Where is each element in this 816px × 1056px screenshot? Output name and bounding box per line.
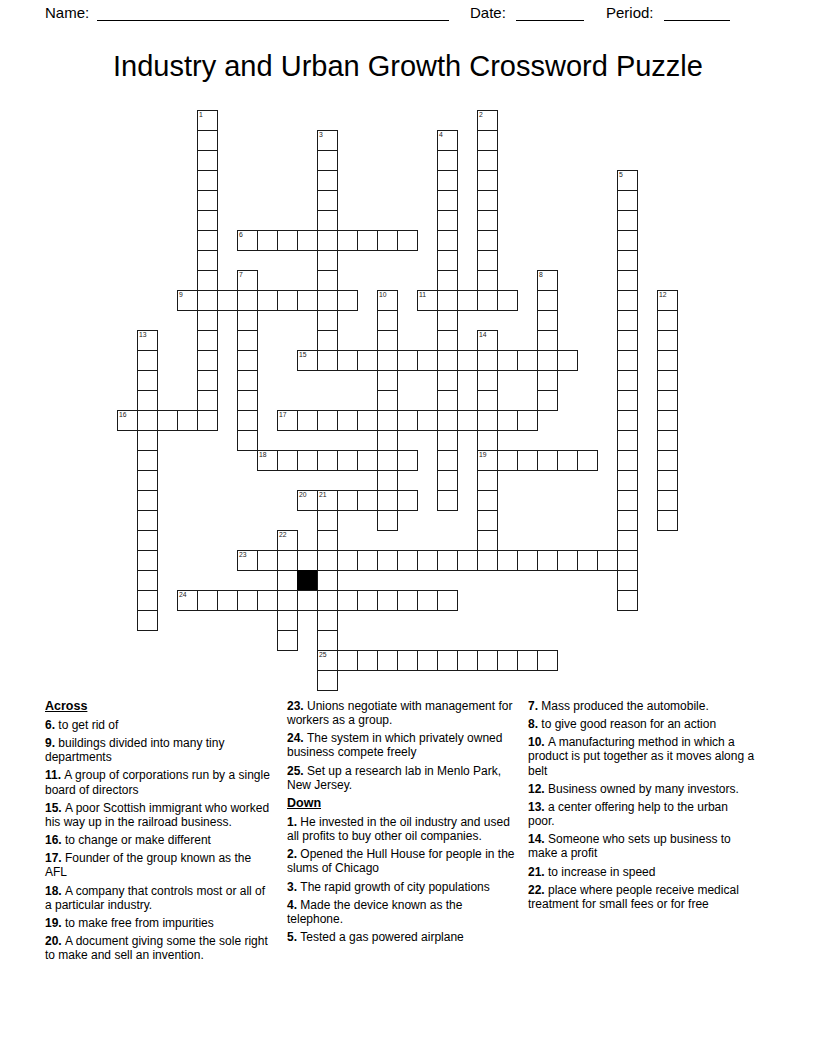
grid-cell[interactable]: [437, 190, 458, 211]
clue-10: 10. A manufacturing method in which a pr…: [528, 735, 756, 777]
grid-cell[interactable]: [657, 470, 678, 491]
grid-cell[interactable]: [137, 410, 158, 431]
clue-1: 1. He invested in the oil industry and u…: [287, 815, 515, 843]
grid-cell[interactable]: [537, 350, 558, 371]
grid-cell[interactable]: [477, 330, 498, 351]
grid-cell[interactable]: [477, 130, 498, 151]
across-heading: Across: [45, 699, 273, 713]
grid-cell[interactable]: [437, 330, 458, 351]
grid-cell[interactable]: [237, 290, 258, 311]
grid-cell[interactable]: [257, 230, 278, 251]
grid-cell[interactable]: [277, 630, 298, 651]
grid-cell[interactable]: [357, 450, 378, 471]
grid-cell[interactable]: [537, 550, 558, 571]
grid-cell[interactable]: [617, 370, 638, 391]
grid-cell[interactable]: [377, 470, 398, 491]
grid-cell[interactable]: [577, 550, 598, 571]
grid-cell[interactable]: [557, 450, 578, 471]
grid-cell[interactable]: [437, 450, 458, 471]
grid-cell[interactable]: [517, 410, 538, 431]
grid-cell[interactable]: [537, 450, 558, 471]
grid-cell[interactable]: [197, 110, 218, 131]
grid-cell[interactable]: [317, 650, 338, 671]
clue-18: 18. A company that controls most or all …: [45, 884, 273, 912]
grid-cell[interactable]: [377, 430, 398, 451]
grid-cell[interactable]: [497, 290, 518, 311]
grid-cell[interactable]: [357, 650, 378, 671]
grid-cell[interactable]: [217, 590, 238, 611]
grid-cell[interactable]: [137, 470, 158, 491]
grid-cell[interactable]: [317, 310, 338, 331]
clue-4: 4. Made the device known as the telephon…: [287, 898, 515, 926]
grid-cell[interactable]: [237, 230, 258, 251]
grid-cell[interactable]: [377, 650, 398, 671]
grid-cell[interactable]: [617, 430, 638, 451]
clue-12: 12. Business owned by many investors.: [528, 782, 756, 796]
grid-cell[interactable]: [137, 550, 158, 571]
grid-cell[interactable]: [317, 630, 338, 651]
grid-cell[interactable]: [197, 370, 218, 391]
grid-cell[interactable]: [317, 410, 338, 431]
grid-cell[interactable]: [437, 430, 458, 451]
grid-cell[interactable]: [477, 490, 498, 511]
grid-cell[interactable]: [357, 550, 378, 571]
grid-cell[interactable]: [377, 370, 398, 391]
grid-cell[interactable]: [317, 670, 338, 691]
clue-9: 9. buildings divided into many tiny depa…: [45, 736, 273, 764]
grid-cell[interactable]: [397, 450, 418, 471]
grid-cell[interactable]: [117, 410, 138, 431]
grid-cell[interactable]: [477, 270, 498, 291]
grid-cell[interactable]: [377, 490, 398, 511]
grid-cell[interactable]: [497, 450, 518, 471]
grid-cell[interactable]: [437, 290, 458, 311]
grid-cell[interactable]: [277, 610, 298, 631]
grid-cell[interactable]: [357, 410, 378, 431]
clue-15: 15. A poor Scottish immigrant who worked…: [45, 801, 273, 829]
grid-cell[interactable]: [437, 310, 458, 331]
grid-cell[interactable]: [317, 530, 338, 551]
grid-cell[interactable]: [437, 590, 458, 611]
grid-cell[interactable]: [237, 330, 258, 351]
grid-cell[interactable]: [477, 370, 498, 391]
grid-cell[interactable]: [437, 250, 458, 271]
grid-cell[interactable]: [337, 350, 358, 371]
grid-cell[interactable]: [377, 590, 398, 611]
grid-cell[interactable]: [477, 390, 498, 411]
clue-7: 7. Mass produced the automobile.: [528, 699, 756, 713]
grid-cell[interactable]: [437, 170, 458, 191]
clue-column-3: 7. Mass produced the automobile.8. to gi…: [528, 699, 756, 915]
grid-cell[interactable]: [337, 490, 358, 511]
grid-cell[interactable]: [317, 210, 338, 231]
date-label: Date:: [470, 4, 506, 21]
grid-cell[interactable]: [277, 570, 298, 591]
grid-cell[interactable]: [477, 110, 498, 131]
grid-cell[interactable]: [617, 570, 638, 591]
grid-cell[interactable]: [317, 250, 338, 271]
grid-cell[interactable]: [137, 430, 158, 451]
grid-cell[interactable]: [437, 410, 458, 431]
grid-cell[interactable]: [477, 230, 498, 251]
grid-cell[interactable]: [357, 490, 378, 511]
grid-cell[interactable]: [137, 530, 158, 551]
grid-cell[interactable]: [197, 190, 218, 211]
grid-cell[interactable]: [617, 210, 638, 231]
clue-3: 3. The rapid growth of city populations: [287, 880, 515, 894]
grid-cell[interactable]: [577, 450, 598, 471]
grid-cell[interactable]: [437, 390, 458, 411]
grid-cell[interactable]: [397, 410, 418, 431]
grid-cell[interactable]: [197, 230, 218, 251]
grid-cell[interactable]: [477, 530, 498, 551]
grid-cell[interactable]: [617, 390, 638, 411]
grid-cell[interactable]: [657, 410, 678, 431]
grid-cell[interactable]: [197, 410, 218, 431]
grid-cell[interactable]: [197, 590, 218, 611]
grid-cell[interactable]: [197, 210, 218, 231]
grid-cell[interactable]: [617, 410, 638, 431]
grid-cell[interactable]: [657, 430, 678, 451]
grid-cell[interactable]: [657, 510, 678, 531]
grid-cell[interactable]: [477, 150, 498, 171]
grid-cell[interactable]: [497, 410, 518, 431]
grid-cell[interactable]: [197, 130, 218, 151]
grid-cell[interactable]: [597, 550, 618, 571]
grid-cell[interactable]: [537, 310, 558, 331]
grid-cell[interactable]: [657, 450, 678, 471]
grid-cell[interactable]: [317, 610, 338, 631]
down-heading: Down: [287, 796, 515, 810]
grid-cell[interactable]: [197, 150, 218, 171]
grid-cell[interactable]: [317, 490, 338, 511]
grid-cell[interactable]: [317, 130, 338, 151]
grid-cell[interactable]: [297, 550, 318, 571]
grid-cell[interactable]: [317, 150, 338, 171]
clue-19: 19. to make free from impurities: [45, 916, 273, 930]
grid-cell[interactable]: [317, 590, 338, 611]
grid-cell[interactable]: [437, 230, 458, 251]
grid-cell[interactable]: [377, 550, 398, 571]
grid-cell[interactable]: [297, 490, 318, 511]
grid-cell[interactable]: [497, 650, 518, 671]
grid-cell[interactable]: [617, 190, 638, 211]
clue-21: 21. to increase in speed: [528, 865, 756, 879]
grid-cell[interactable]: [457, 350, 478, 371]
grid-cell[interactable]: [657, 350, 678, 371]
name-label: Name:: [45, 4, 89, 21]
clue-6: 6. to get rid of: [45, 718, 273, 732]
grid-cell[interactable]: [237, 270, 258, 291]
grid-cell[interactable]: [397, 550, 418, 571]
grid-cell[interactable]: [317, 450, 338, 471]
grid-cell[interactable]: [617, 450, 638, 471]
grid-cell[interactable]: [437, 130, 458, 151]
grid-cell[interactable]: [177, 290, 198, 311]
grid-cell[interactable]: [377, 310, 398, 331]
grid-cell[interactable]: [197, 170, 218, 191]
grid-cell[interactable]: [317, 270, 338, 291]
grid-cell[interactable]: [397, 350, 418, 371]
grid-cell[interactable]: [297, 590, 318, 611]
grid-cell[interactable]: [317, 350, 338, 371]
grid-cell[interactable]: [357, 590, 378, 611]
clue-5: 5. Tested a gas powered airplane: [287, 930, 515, 944]
grid-cell[interactable]: [277, 530, 298, 551]
grid-cell[interactable]: [537, 270, 558, 291]
grid-cell[interactable]: [477, 410, 498, 431]
grid-cell[interactable]: [377, 410, 398, 431]
grid-cell[interactable]: [617, 330, 638, 351]
grid-cell[interactable]: [477, 250, 498, 271]
grid-cell[interactable]: [137, 570, 158, 591]
grid-cell[interactable]: [337, 590, 358, 611]
grid-cell[interactable]: [237, 430, 258, 451]
grid-cell[interactable]: [437, 650, 458, 671]
clue-column-2: 23. Unions negotiate with management for…: [287, 699, 515, 948]
grid-cell[interactable]: [617, 470, 638, 491]
grid-cell[interactable]: [617, 530, 638, 551]
grid-cell[interactable]: [277, 290, 298, 311]
grid-cell[interactable]: [277, 550, 298, 571]
period-label: Period:: [606, 4, 654, 21]
grid-cell[interactable]: [377, 390, 398, 411]
grid-cell[interactable]: [657, 290, 678, 311]
crossword-grid[interactable]: 1234567891011121314151617181920212223242…: [117, 110, 678, 691]
grid-cell[interactable]: [617, 270, 638, 291]
grid-cell[interactable]: [317, 570, 338, 591]
grid-cell[interactable]: [457, 650, 478, 671]
grid-cell[interactable]: [417, 550, 438, 571]
grid-cell[interactable]: [257, 590, 278, 611]
grid-cell[interactable]: [377, 330, 398, 351]
grid-cell[interactable]: [437, 550, 458, 571]
grid-cell[interactable]: [277, 410, 298, 431]
grid-cell[interactable]: [517, 350, 538, 371]
grid-cell[interactable]: [617, 230, 638, 251]
grid-cell[interactable]: [417, 650, 438, 671]
clue-13: 13. a center offering help to the urban …: [528, 800, 756, 828]
grid-cell[interactable]: [417, 410, 438, 431]
clue-11: 11. A group of corporations run by a sin…: [45, 768, 273, 796]
grid-cell[interactable]: [317, 170, 338, 191]
grid-cell[interactable]: [297, 450, 318, 471]
grid-cell[interactable]: [337, 450, 358, 471]
grid-cell[interactable]: [657, 390, 678, 411]
grid-cell[interactable]: [137, 490, 158, 511]
grid-cell[interactable]: [357, 350, 378, 371]
grid-cell[interactable]: [337, 550, 358, 571]
grid-cell[interactable]: [237, 590, 258, 611]
grid-cell[interactable]: [517, 450, 538, 471]
grid-cell[interactable]: [337, 230, 358, 251]
grid-cell[interactable]: [617, 510, 638, 531]
grid-cell[interactable]: [437, 150, 458, 171]
grid-cell[interactable]: [537, 370, 558, 391]
clue-2: 2. Opened the Hull House for people in t…: [287, 847, 515, 875]
grid-cell[interactable]: [477, 510, 498, 531]
grid-cell[interactable]: [197, 270, 218, 291]
grid-cell[interactable]: [377, 290, 398, 311]
clue-14: 14. Someone who sets up business to make…: [528, 832, 756, 860]
grid-cell[interactable]: [417, 350, 438, 371]
grid-cell[interactable]: [137, 450, 158, 471]
grid-cell[interactable]: [537, 390, 558, 411]
page-title: Industry and Urban Growth Crossword Puzz…: [0, 50, 816, 83]
grid-cell[interactable]: [177, 410, 198, 431]
grid-cell[interactable]: [137, 510, 158, 531]
grid-cell[interactable]: [257, 290, 278, 311]
grid-cell[interactable]: [317, 330, 338, 351]
grid-cell[interactable]: [497, 550, 518, 571]
grid-cell[interactable]: [477, 190, 498, 211]
grid-cell[interactable]: [537, 290, 558, 311]
grid-cell[interactable]: [437, 470, 458, 491]
grid-cell[interactable]: [197, 350, 218, 371]
grid-cell[interactable]: [497, 350, 518, 371]
clue-20: 20. A document giving some the sole righ…: [45, 934, 273, 962]
black-cell: [297, 570, 318, 591]
grid-cell[interactable]: [377, 510, 398, 531]
grid-cell[interactable]: [237, 350, 258, 371]
grid-cell[interactable]: [617, 590, 638, 611]
grid-cell[interactable]: [297, 230, 318, 251]
grid-cell[interactable]: [477, 430, 498, 451]
clue-23: 23. Unions negotiate with management for…: [287, 699, 515, 727]
grid-cell[interactable]: [557, 550, 578, 571]
clue-8: 8. to give good reason for an action: [528, 717, 756, 731]
grid-cell[interactable]: [657, 330, 678, 351]
grid-cell[interactable]: [477, 450, 498, 471]
clue-24: 24. The system in which privately owned …: [287, 731, 515, 759]
grid-cell[interactable]: [437, 370, 458, 391]
grid-cell[interactable]: [337, 650, 358, 671]
grid-cell[interactable]: [477, 550, 498, 571]
grid-cell[interactable]: [197, 330, 218, 351]
grid-cell[interactable]: [397, 650, 418, 671]
grid-cell[interactable]: [317, 190, 338, 211]
grid-cell[interactable]: [437, 210, 458, 231]
grid-cell[interactable]: [137, 330, 158, 351]
grid-cell[interactable]: [657, 310, 678, 331]
grid-cell[interactable]: [237, 550, 258, 571]
grid-cell[interactable]: [137, 370, 158, 391]
grid-cell[interactable]: [257, 550, 278, 571]
grid-cell[interactable]: [237, 370, 258, 391]
grid-cell[interactable]: [177, 590, 198, 611]
clue-16: 16. to change or make different: [45, 833, 273, 847]
date-blank-line[interactable]: [516, 3, 584, 21]
grid-cell[interactable]: [137, 350, 158, 371]
grid-cell[interactable]: [617, 490, 638, 511]
grid-cell[interactable]: [197, 310, 218, 331]
grid-cell[interactable]: [197, 250, 218, 271]
grid-cell[interactable]: [617, 170, 638, 191]
grid-cell[interactable]: [377, 450, 398, 471]
grid-cell[interactable]: [317, 290, 338, 311]
grid-cell[interactable]: [437, 350, 458, 371]
grid-cell[interactable]: [477, 650, 498, 671]
clue-22: 22. place where people receive medical t…: [528, 883, 756, 911]
grid-cell[interactable]: [457, 550, 478, 571]
grid-cell[interactable]: [557, 350, 578, 371]
grid-cell[interactable]: [537, 650, 558, 671]
grid-cell[interactable]: [517, 550, 538, 571]
grid-cell[interactable]: [437, 270, 458, 291]
grid-cell[interactable]: [657, 370, 678, 391]
grid-cell[interactable]: [417, 290, 438, 311]
grid-cell[interactable]: [237, 390, 258, 411]
grid-cell[interactable]: [477, 290, 498, 311]
grid-cell[interactable]: [277, 450, 298, 471]
grid-cell[interactable]: [317, 230, 338, 251]
grid-cell[interactable]: [377, 230, 398, 251]
grid-cell[interactable]: [477, 210, 498, 231]
grid-cell[interactable]: [157, 410, 178, 431]
grid-cell[interactable]: [397, 490, 418, 511]
grid-cell[interactable]: [617, 550, 638, 571]
grid-cell[interactable]: [277, 590, 298, 611]
clue-17: 17. Founder of the group known as the AF…: [45, 851, 273, 879]
grid-cell[interactable]: [657, 490, 678, 511]
grid-cell[interactable]: [337, 290, 358, 311]
grid-cell[interactable]: [297, 290, 318, 311]
grid-cell[interactable]: [437, 490, 458, 511]
grid-cell[interactable]: [537, 330, 558, 351]
grid-cell[interactable]: [377, 350, 398, 371]
clue-column-1: Across6. to get rid of9. buildings divid…: [45, 699, 273, 966]
grid-cell[interactable]: [137, 590, 158, 611]
grid-cell[interactable]: [477, 350, 498, 371]
grid-cell[interactable]: [477, 470, 498, 491]
grid-cell[interactable]: [617, 250, 638, 271]
grid-cell[interactable]: [457, 410, 478, 431]
grid-cell[interactable]: [277, 230, 298, 251]
grid-cell[interactable]: [477, 170, 498, 191]
grid-cell[interactable]: [397, 590, 418, 611]
grid-cell[interactable]: [517, 650, 538, 671]
grid-cell[interactable]: [137, 610, 158, 631]
grid-cell[interactable]: [297, 350, 318, 371]
grid-cell[interactable]: [197, 290, 218, 311]
grid-cell[interactable]: [397, 230, 418, 251]
grid-cell[interactable]: [297, 410, 318, 431]
period-blank-line[interactable]: [664, 3, 730, 21]
grid-cell[interactable]: [137, 390, 158, 411]
grid-cell[interactable]: [237, 410, 258, 431]
name-blank-line[interactable]: [97, 3, 449, 21]
grid-cell[interactable]: [237, 310, 258, 331]
clue-25: 25. Set up a research lab in Menlo Park,…: [287, 764, 515, 792]
worksheet-page: Name: Date: Period: Industry and Urban G…: [0, 0, 816, 1056]
grid-cell[interactable]: [617, 310, 638, 331]
grid-cell[interactable]: [217, 290, 238, 311]
grid-cell[interactable]: [417, 590, 438, 611]
grid-cell[interactable]: [457, 290, 478, 311]
grid-cell[interactable]: [317, 510, 338, 531]
grid-cell[interactable]: [197, 390, 218, 411]
grid-cell[interactable]: [317, 550, 338, 571]
grid-cell[interactable]: [357, 230, 378, 251]
grid-cell[interactable]: [617, 350, 638, 371]
grid-cell[interactable]: [257, 450, 278, 471]
grid-cell[interactable]: [617, 290, 638, 311]
grid-cell[interactable]: [337, 410, 358, 431]
